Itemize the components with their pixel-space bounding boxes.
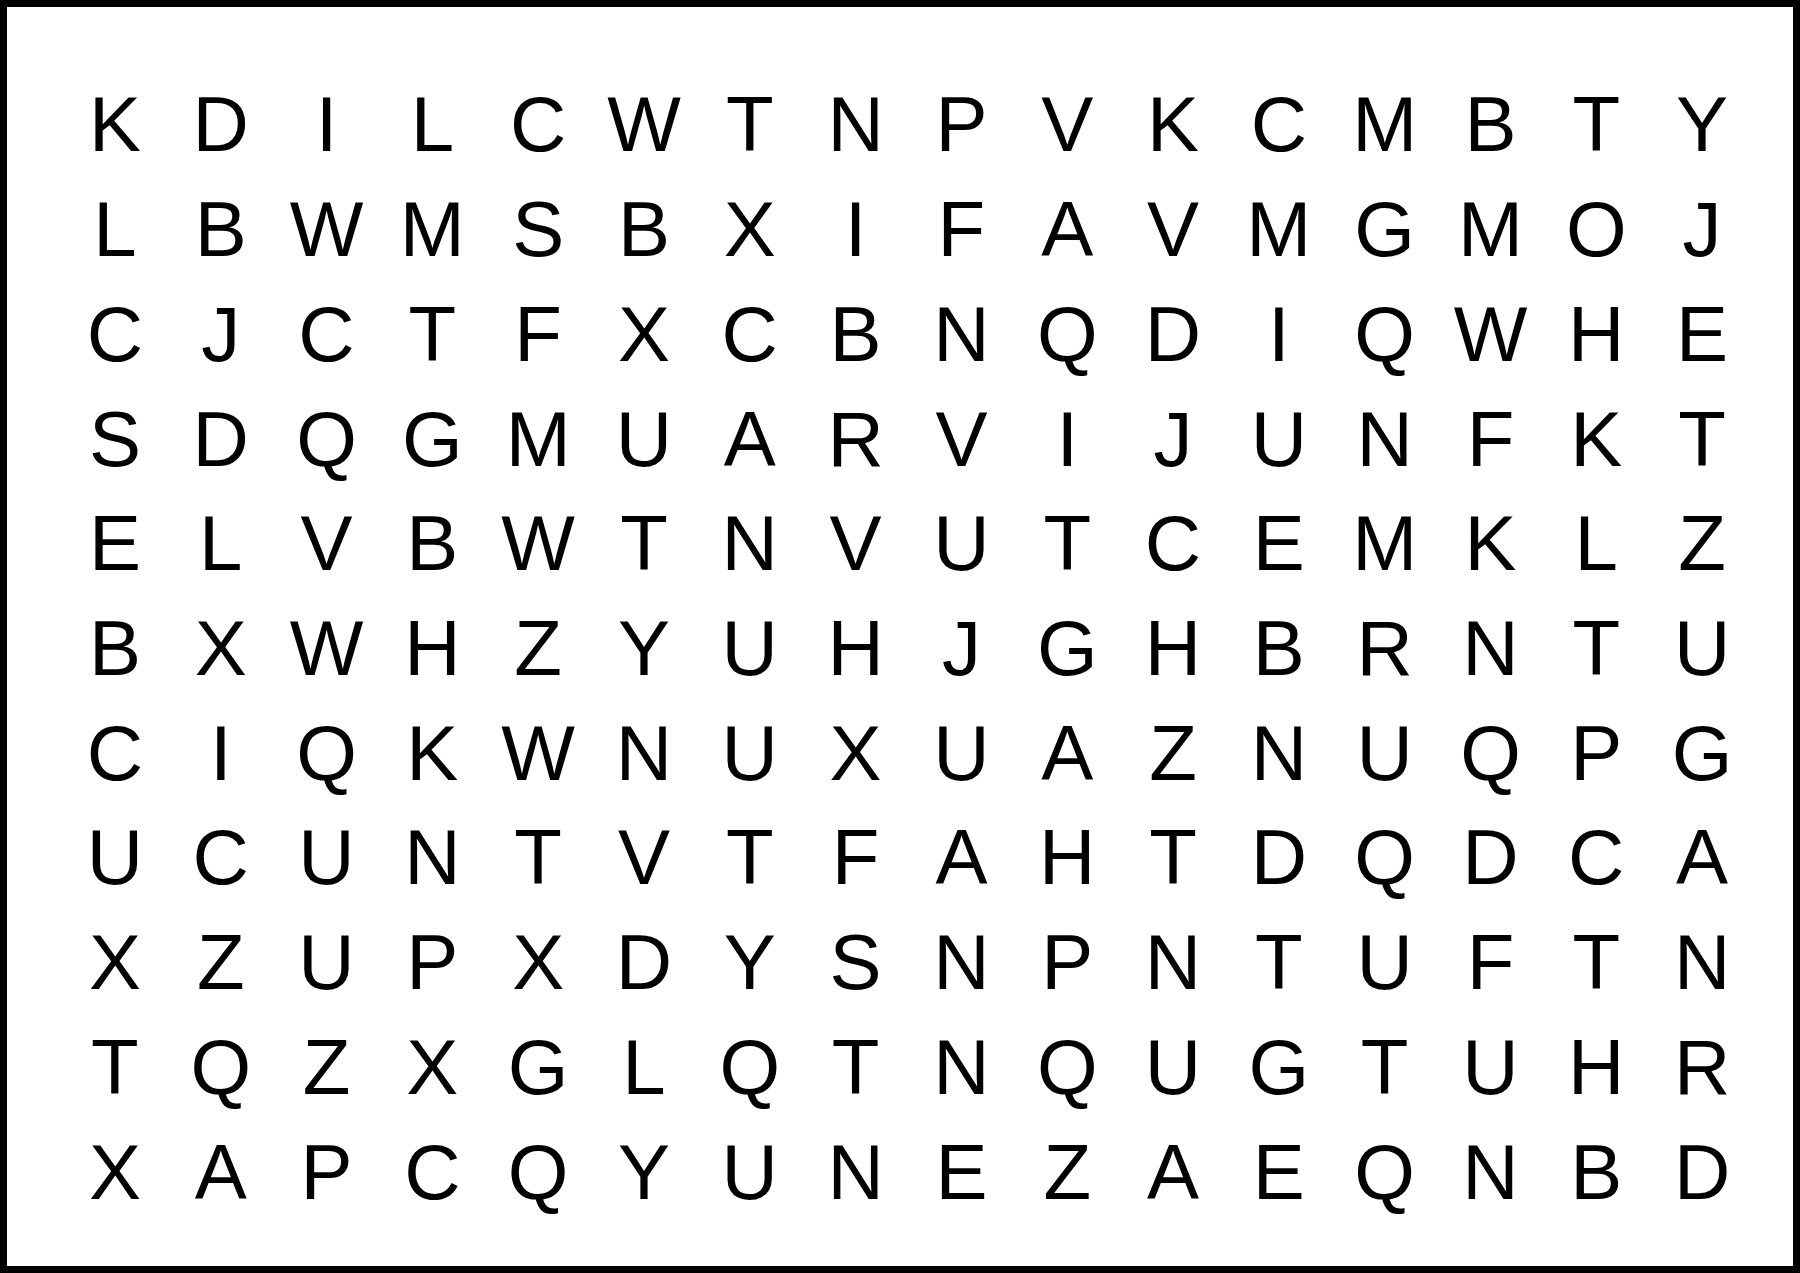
letter-cell[interactable]: O (1543, 177, 1649, 282)
letter-cell[interactable]: T (1014, 491, 1120, 596)
letter-grid: KDILCWTNPVKCMBTYLBWMSBXIFAVMGMOJCJCTFXCB… (62, 72, 1755, 1224)
letter-cell[interactable]: Z (1649, 491, 1755, 596)
letter-cell[interactable]: Z (1014, 1119, 1120, 1224)
letter-cell[interactable]: T (379, 281, 485, 386)
letter-cell[interactable]: Q (1332, 805, 1438, 910)
letter-cell[interactable]: U (274, 805, 380, 910)
letter-cell[interactable]: C (1226, 72, 1332, 177)
letter-cell[interactable]: Q (1014, 1015, 1120, 1120)
letter-cell[interactable]: Q (697, 1015, 803, 1120)
letter-cell[interactable]: T (1543, 72, 1649, 177)
letter-cell[interactable]: M (485, 386, 591, 491)
letter-cell[interactable]: U (909, 700, 1015, 805)
letter-cell[interactable]: P (274, 1119, 380, 1224)
letter-cell[interactable]: D (591, 910, 697, 1015)
letter-cell[interactable]: Y (1649, 72, 1755, 177)
letter-cell[interactable]: F (485, 281, 591, 386)
letter-cell[interactable]: P (1014, 910, 1120, 1015)
letter-cell[interactable]: W (1438, 281, 1544, 386)
letter-cell[interactable]: N (697, 491, 803, 596)
letter-cell[interactable]: K (1120, 72, 1226, 177)
letter-cell[interactable]: X (697, 177, 803, 282)
letter-cell[interactable]: K (62, 72, 168, 177)
letter-cell[interactable]: N (1332, 386, 1438, 491)
letter-cell[interactable]: T (697, 72, 803, 177)
letter-cell[interactable]: Q (1332, 281, 1438, 386)
letter-cell[interactable]: Z (485, 596, 591, 701)
letter-cell[interactable]: Q (274, 386, 380, 491)
letter-cell[interactable]: Y (697, 910, 803, 1015)
letter-cell[interactable]: D (1226, 805, 1332, 910)
letter-cell[interactable]: G (1649, 700, 1755, 805)
letter-cell[interactable]: C (379, 1119, 485, 1224)
letter-cell[interactable]: F (803, 805, 909, 910)
letter-cell[interactable]: F (1438, 910, 1544, 1015)
letter-cell[interactable]: E (1226, 1119, 1332, 1224)
letter-cell[interactable]: Z (274, 1015, 380, 1120)
letter-cell[interactable]: T (1120, 805, 1226, 910)
letter-cell[interactable]: T (803, 1015, 909, 1120)
letter-cell[interactable]: C (485, 72, 591, 177)
letter-cell[interactable]: L (379, 72, 485, 177)
letter-cell[interactable]: R (1332, 596, 1438, 701)
letter-cell[interactable]: B (62, 596, 168, 701)
letter-cell[interactable]: Z (1120, 700, 1226, 805)
letter-cell[interactable]: U (1332, 910, 1438, 1015)
letter-cell[interactable]: B (1543, 1119, 1649, 1224)
letter-cell[interactable]: N (1438, 1119, 1544, 1224)
letter-cell[interactable]: Q (1332, 1119, 1438, 1224)
letter-cell[interactable]: Q (485, 1119, 591, 1224)
letter-cell[interactable]: Y (591, 1119, 697, 1224)
letter-cell[interactable]: X (803, 700, 909, 805)
letter-cell[interactable]: T (1543, 596, 1649, 701)
letter-cell[interactable]: B (1438, 72, 1544, 177)
letter-cell[interactable]: N (909, 281, 1015, 386)
letter-cell[interactable]: W (485, 700, 591, 805)
letter-cell[interactable]: E (909, 1119, 1015, 1224)
letter-cell[interactable]: B (803, 281, 909, 386)
letter-cell[interactable]: U (591, 386, 697, 491)
letter-cell[interactable]: D (1649, 1119, 1755, 1224)
letter-cell[interactable]: T (485, 805, 591, 910)
letter-cell[interactable]: C (168, 805, 274, 910)
letter-cell[interactable]: T (62, 1015, 168, 1120)
letter-cell[interactable]: A (1014, 177, 1120, 282)
letter-cell[interactable]: Q (168, 1015, 274, 1120)
letter-cell[interactable]: U (697, 1119, 803, 1224)
letter-cell[interactable]: V (909, 386, 1015, 491)
letter-cell[interactable]: G (1226, 1015, 1332, 1120)
letter-cell[interactable]: V (803, 491, 909, 596)
letter-cell[interactable]: A (168, 1119, 274, 1224)
letter-cell[interactable]: N (909, 1015, 1015, 1120)
letter-cell[interactable]: K (1438, 491, 1544, 596)
letter-cell[interactable]: E (62, 491, 168, 596)
letter-cell[interactable]: A (909, 805, 1015, 910)
letter-cell[interactable]: T (1226, 910, 1332, 1015)
letter-cell[interactable]: U (62, 805, 168, 910)
letter-cell[interactable]: D (168, 386, 274, 491)
letter-cell[interactable]: W (274, 596, 380, 701)
letter-cell[interactable]: X (591, 281, 697, 386)
letter-cell[interactable]: M (379, 177, 485, 282)
letter-cell[interactable]: B (379, 491, 485, 596)
letter-cell[interactable]: S (62, 386, 168, 491)
letter-cell[interactable]: X (62, 910, 168, 1015)
letter-cell[interactable]: Q (1014, 281, 1120, 386)
letter-cell[interactable]: C (274, 281, 380, 386)
letter-cell[interactable]: M (1438, 177, 1544, 282)
letter-cell[interactable]: L (62, 177, 168, 282)
letter-cell[interactable]: B (168, 177, 274, 282)
letter-cell[interactable]: X (168, 596, 274, 701)
letter-cell[interactable]: A (697, 386, 803, 491)
letter-cell[interactable]: W (485, 491, 591, 596)
letter-cell[interactable]: U (909, 491, 1015, 596)
letter-cell[interactable]: I (1226, 281, 1332, 386)
letter-cell[interactable]: L (591, 1015, 697, 1120)
letter-cell[interactable]: C (697, 281, 803, 386)
letter-cell[interactable]: D (168, 72, 274, 177)
letter-cell[interactable]: N (1226, 700, 1332, 805)
letter-cell[interactable]: T (1649, 386, 1755, 491)
letter-cell[interactable]: X (62, 1119, 168, 1224)
letter-cell[interactable]: C (1543, 805, 1649, 910)
letter-cell[interactable]: Z (168, 910, 274, 1015)
letter-cell[interactable]: V (1014, 72, 1120, 177)
letter-cell[interactable]: X (485, 910, 591, 1015)
letter-cell[interactable]: N (1649, 910, 1755, 1015)
letter-cell[interactable]: H (1543, 281, 1649, 386)
letter-cell[interactable]: I (1014, 386, 1120, 491)
letter-cell[interactable]: K (379, 700, 485, 805)
letter-cell[interactable]: S (803, 910, 909, 1015)
letter-cell[interactable]: J (1120, 386, 1226, 491)
letter-cell[interactable]: D (1120, 281, 1226, 386)
letter-cell[interactable]: E (1649, 281, 1755, 386)
letter-cell[interactable]: W (274, 177, 380, 282)
letter-cell[interactable]: Q (274, 700, 380, 805)
letter-cell[interactable]: U (697, 700, 803, 805)
letter-cell[interactable]: I (274, 72, 380, 177)
letter-cell[interactable]: T (697, 805, 803, 910)
letter-cell[interactable]: M (1332, 72, 1438, 177)
letter-cell[interactable]: V (591, 805, 697, 910)
letter-cell[interactable]: U (274, 910, 380, 1015)
letter-cell[interactable]: F (909, 177, 1015, 282)
letter-cell[interactable]: S (485, 177, 591, 282)
letter-cell[interactable]: W (591, 72, 697, 177)
letter-cell[interactable]: B (591, 177, 697, 282)
letter-cell[interactable]: I (803, 177, 909, 282)
letter-cell[interactable]: H (1120, 596, 1226, 701)
letter-cell[interactable]: M (1226, 177, 1332, 282)
letter-cell[interactable]: A (1120, 1119, 1226, 1224)
letter-cell[interactable]: J (909, 596, 1015, 701)
letter-cell[interactable]: C (1120, 491, 1226, 596)
letter-cell[interactable]: I (168, 700, 274, 805)
letter-cell[interactable]: V (1120, 177, 1226, 282)
letter-cell[interactable]: R (1649, 1015, 1755, 1120)
letter-cell[interactable]: C (62, 281, 168, 386)
letter-cell[interactable]: A (1014, 700, 1120, 805)
letter-cell[interactable]: N (1438, 596, 1544, 701)
letter-cell[interactable]: Q (1438, 700, 1544, 805)
letter-cell[interactable]: Y (591, 596, 697, 701)
letter-cell[interactable]: U (1120, 1015, 1226, 1120)
letter-cell[interactable]: L (168, 491, 274, 596)
letter-cell[interactable]: F (1438, 386, 1544, 491)
word-search-board: KDILCWTNPVKCMBTYLBWMSBXIFAVMGMOJCJCTFXCB… (0, 0, 1800, 1273)
letter-cell[interactable]: K (1543, 386, 1649, 491)
letter-cell[interactable]: U (1226, 386, 1332, 491)
letter-cell[interactable]: N (1120, 910, 1226, 1015)
letter-cell[interactable]: G (1014, 596, 1120, 701)
letter-cell[interactable]: P (1543, 700, 1649, 805)
letter-cell[interactable]: H (1014, 805, 1120, 910)
letter-cell[interactable]: U (1649, 596, 1755, 701)
letter-cell[interactable]: H (1543, 1015, 1649, 1120)
letter-cell[interactable]: N (803, 72, 909, 177)
letter-cell[interactable]: R (803, 386, 909, 491)
letter-cell[interactable]: A (1649, 805, 1755, 910)
letter-cell[interactable]: L (1543, 491, 1649, 596)
letter-cell[interactable]: U (1438, 1015, 1544, 1120)
letter-cell[interactable]: B (1226, 596, 1332, 701)
letter-cell[interactable]: N (803, 1119, 909, 1224)
letter-cell[interactable]: H (379, 596, 485, 701)
letter-cell[interactable]: T (1332, 1015, 1438, 1120)
letter-cell[interactable]: N (591, 700, 697, 805)
letter-cell[interactable]: P (909, 72, 1015, 177)
letter-cell[interactable]: U (1332, 700, 1438, 805)
letter-cell[interactable]: G (485, 1015, 591, 1120)
letter-cell[interactable]: X (379, 1015, 485, 1120)
letter-cell[interactable]: T (591, 491, 697, 596)
letter-cell[interactable]: J (1649, 177, 1755, 282)
letter-cell[interactable]: N (379, 805, 485, 910)
letter-cell[interactable]: P (379, 910, 485, 1015)
letter-cell[interactable]: N (909, 910, 1015, 1015)
letter-cell[interactable]: U (697, 596, 803, 701)
letter-cell[interactable]: G (379, 386, 485, 491)
letter-cell[interactable]: E (1226, 491, 1332, 596)
letter-cell[interactable]: M (1332, 491, 1438, 596)
letter-cell[interactable]: T (1543, 910, 1649, 1015)
letter-cell[interactable]: H (803, 596, 909, 701)
letter-cell[interactable]: V (274, 491, 380, 596)
letter-cell[interactable]: J (168, 281, 274, 386)
letter-cell[interactable]: G (1332, 177, 1438, 282)
letter-cell[interactable]: C (62, 700, 168, 805)
letter-cell[interactable]: D (1438, 805, 1544, 910)
